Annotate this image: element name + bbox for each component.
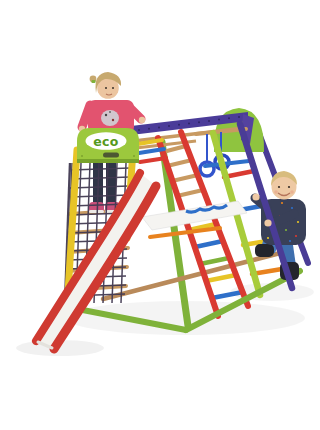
rung-blue (195, 241, 223, 247)
boy-hand (264, 219, 271, 226)
rung-orange (150, 228, 220, 237)
rung-green (200, 258, 229, 264)
rung-yellow (206, 275, 236, 281)
boy-boot (255, 244, 274, 257)
hair-clip (92, 80, 96, 83)
boy-hand (252, 193, 259, 200)
eco-badge: eco (77, 128, 139, 163)
platform (142, 201, 247, 237)
eco-label: eco (93, 134, 119, 149)
product-photo: eco (0, 0, 320, 430)
girl-hand (139, 117, 145, 123)
handle-slot (103, 153, 119, 158)
play-structure-illustration: eco (0, 0, 320, 430)
